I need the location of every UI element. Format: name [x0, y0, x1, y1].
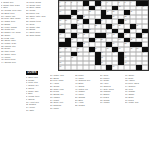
- clue-item: 69 Wrase: [100, 101, 123, 103]
- cell-number: 62: [130, 47, 132, 49]
- cell-number: 34: [113, 24, 115, 26]
- clue-item: 37 Larse: [50, 107, 73, 109]
- cell-number: 53: [83, 42, 85, 44]
- cell-number: 73: [101, 56, 103, 58]
- cell-number: 24: [113, 15, 115, 17]
- cell-number: 13: [119, 5, 121, 7]
- cell-number: 32: [77, 24, 79, 26]
- cell-number: 4: [77, 1, 78, 3]
- cell-number: 35: [119, 24, 121, 26]
- cell-number: 59: [95, 47, 97, 49]
- cell-number: 14: [136, 5, 138, 7]
- cell-number: 56: [59, 47, 61, 49]
- cell-number: 67: [101, 51, 103, 53]
- cell-number: 54: [113, 42, 115, 44]
- cell-number: 23: [83, 15, 85, 17]
- cell-number: 33: [95, 24, 97, 26]
- cell-number: 75: [59, 61, 61, 63]
- cell-number: 50: [101, 38, 103, 40]
- cell-number: 25: [124, 15, 126, 17]
- cell-number: 7: [119, 1, 120, 3]
- cell-number: 37: [65, 28, 67, 30]
- cell-number: 10: [59, 5, 61, 7]
- cell-number: 44: [107, 33, 109, 35]
- cell-number: 48: [71, 38, 73, 40]
- cell-number: 16: [59, 10, 61, 12]
- cell-number: 79: [113, 65, 115, 67]
- clue-column-4: 38 Toser40 Lamir41 Sedona wril43 Eltan44…: [75, 74, 98, 149]
- cell-number: 77: [124, 61, 126, 63]
- cell-number: 52: [130, 38, 132, 40]
- cell-number: 26: [59, 19, 61, 21]
- cell-number: 3: [71, 1, 72, 3]
- clue-item: 44 Oneda slire: [1, 61, 23, 63]
- clue-item: 55 Redna: [75, 104, 98, 106]
- cell-number: 30: [124, 19, 126, 21]
- cell-number: 6: [107, 1, 108, 3]
- cell-number: 55: [124, 42, 126, 44]
- clue-item: 65 Orsa tanse: [26, 34, 56, 36]
- cell-number: 47: [142, 33, 144, 35]
- cell-number: 72: [71, 56, 73, 58]
- cell-number: 12: [95, 5, 97, 7]
- cell-number: 64: [59, 51, 61, 53]
- cell-number: 43: [83, 33, 85, 35]
- cell-number: 69: [124, 51, 126, 53]
- down-header: DOWN: [26, 71, 38, 75]
- cell-number: 31: [59, 24, 61, 26]
- crossword-grid[interactable]: 1234567891011121314151617181920212223242…: [58, 0, 149, 71]
- clue-column-1: 1 Sedat arel5 Niosa terw maib9 Oltre10 R…: [1, 1, 23, 148]
- cell-number: 58: [77, 47, 79, 49]
- cell-number: 18: [89, 10, 91, 12]
- cell-number: 60: [107, 47, 109, 49]
- grid-cell[interactable]: [142, 65, 148, 70]
- cell-number: 51: [119, 38, 121, 40]
- clue-column-2-bottom: 1 Oslet arin2 Medar3 Inlos etra4 Sedna o…: [26, 76, 48, 149]
- cell-number: 49: [95, 38, 97, 40]
- cell-number: 2: [65, 1, 66, 3]
- cell-number: 36: [136, 24, 138, 26]
- cell-number: 11: [83, 5, 85, 7]
- cell-number: 9: [130, 1, 131, 3]
- cell-number: 74: [124, 56, 126, 58]
- cell-number: 28: [77, 19, 79, 21]
- cell-number: 39: [107, 28, 109, 30]
- cell-number: 76: [101, 61, 103, 63]
- cell-number: 15: [142, 5, 144, 7]
- cell-number: 78: [59, 65, 61, 67]
- clue-column-5: 57 Isola59 Tamer60 Nesal62 Adler63 Onder…: [100, 74, 123, 149]
- cell-number: 61: [119, 47, 121, 49]
- cell-number: 42: [77, 33, 79, 35]
- cell-number: 63: [136, 47, 138, 49]
- clue-column-2-top: 45 Tolim serda47 Serda onlit48 Elnor adi…: [26, 1, 56, 69]
- cell-number: 71: [59, 56, 61, 58]
- clue-column-3: 19 Model arin21 Eslan23 Tirel osan24 Adn…: [50, 74, 73, 149]
- cell-number: 41: [59, 33, 61, 35]
- cell-number: 1: [59, 1, 60, 3]
- cell-number: 8: [124, 1, 125, 3]
- cell-number: 70: [142, 51, 144, 53]
- cell-number: 5: [101, 1, 102, 3]
- clue-item: 80 Widor sen: [125, 101, 148, 103]
- cell-number: 45: [113, 33, 115, 35]
- cell-number: 65: [77, 51, 79, 53]
- cell-number: 68: [113, 51, 115, 53]
- cell-number: 57: [65, 47, 67, 49]
- cell-number: 22: [71, 15, 73, 17]
- clue-column-6: 70 Onise71 Dralt72 Aswen73 Torel amid74 …: [125, 74, 148, 149]
- cell-number: 38: [89, 28, 91, 30]
- cell-number: 19: [107, 10, 109, 12]
- cell-number: 21: [130, 10, 132, 12]
- cell-number: 66: [89, 51, 91, 53]
- cell-number: 27: [65, 19, 67, 21]
- cell-number: 46: [124, 33, 126, 35]
- crossword-page: 1 Sedat arel5 Niosa terw maib9 Oltre10 R…: [0, 0, 150, 150]
- cell-number: 40: [130, 28, 132, 30]
- clue-item: 16 Satir: [26, 109, 48, 111]
- cell-number: 29: [101, 19, 103, 21]
- cell-number: 17: [77, 10, 79, 12]
- cell-number: 20: [113, 10, 115, 12]
